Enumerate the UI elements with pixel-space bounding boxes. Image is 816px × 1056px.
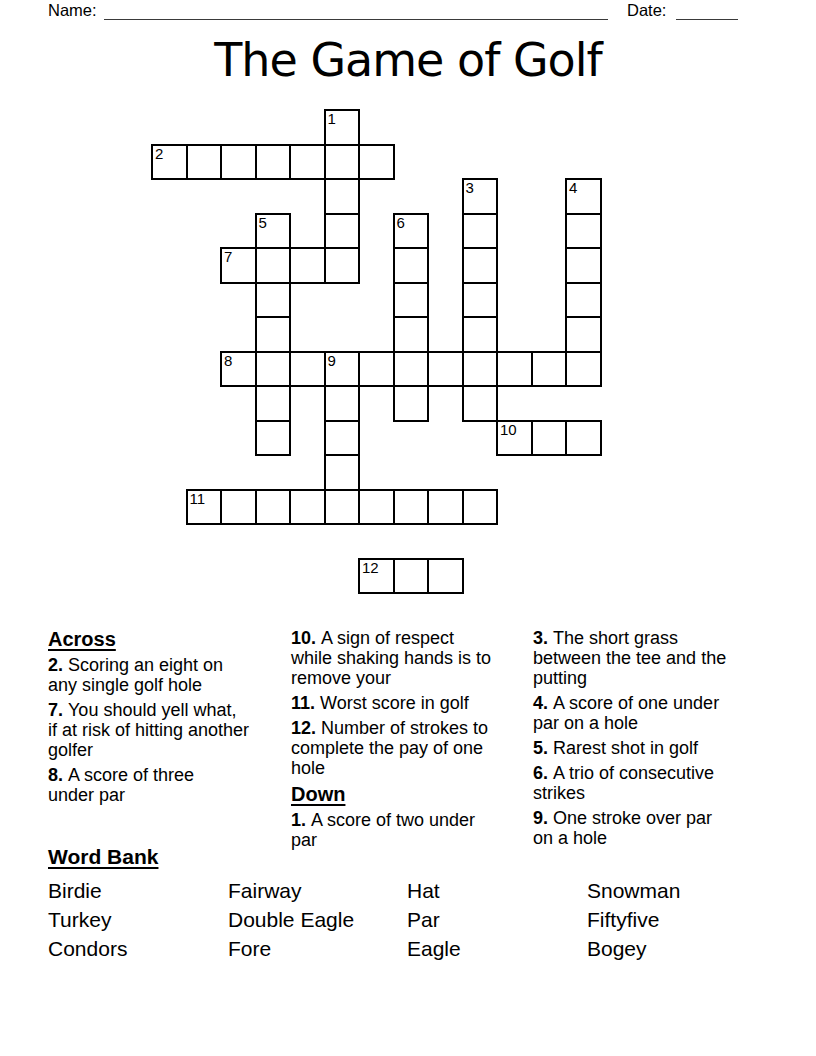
clue-text: Worst score in golf	[320, 693, 469, 713]
grid-cell-r11c5[interactable]	[324, 489, 361, 526]
grid-cell-r7c8[interactable]	[427, 351, 464, 388]
grid-cell-r1c5[interactable]	[324, 144, 361, 181]
grid-cell-r8c9[interactable]	[462, 385, 499, 422]
word-bank-word: Fairway	[228, 876, 407, 905]
word-bank-word: Double Eagle	[228, 905, 407, 934]
clue-text: Scoring an eight on any single golf hole	[48, 655, 223, 695]
grid-cell-r2c12[interactable]: 4	[565, 178, 602, 215]
grid-cell-r13c8[interactable]	[427, 558, 464, 595]
grid-cell-r6c12[interactable]	[565, 316, 602, 353]
clue-12: 12.Number of strokes to complete the pay…	[291, 718, 531, 778]
grid-cell-r4c4[interactable]	[289, 247, 326, 284]
worksheet-page: Name: Date: The Game of Golf 12345678910…	[0, 0, 816, 1056]
grid-cell-r6c7[interactable]	[393, 316, 430, 353]
grid-cell-r11c7[interactable]	[393, 489, 430, 526]
clue-number: 2	[155, 146, 163, 162]
grid-cell-r7c10[interactable]	[496, 351, 533, 388]
grid-cell-r7c5[interactable]: 9	[324, 351, 361, 388]
across-heading: Across	[48, 628, 288, 650]
grid-cell-r9c3[interactable]	[255, 420, 292, 457]
grid-cell-r7c6[interactable]	[358, 351, 395, 388]
clue-text: You should yell what, if at risk of hitt…	[48, 700, 249, 760]
grid-cell-r10c5[interactable]	[324, 454, 361, 491]
word-bank-heading: Word Bank	[48, 845, 778, 869]
grid-cell-r1c1[interactable]	[186, 144, 223, 181]
clue-number-label: 12.	[291, 718, 316, 738]
down-heading: Down	[291, 783, 531, 805]
grid-cell-r3c7[interactable]: 6	[393, 213, 430, 250]
grid-cell-r8c7[interactable]	[393, 385, 430, 422]
clue-number: 3	[466, 180, 474, 196]
word-bank-word: Par	[407, 905, 587, 934]
grid-cell-r7c7[interactable]	[393, 351, 430, 388]
grid-cell-r11c4[interactable]	[289, 489, 326, 526]
clue-number-label: 1.	[291, 810, 306, 830]
grid-cell-r3c12[interactable]	[565, 213, 602, 250]
clue-number: 5	[259, 215, 267, 231]
grid-cell-r11c8[interactable]	[427, 489, 464, 526]
clue-number-label: 11.	[291, 693, 315, 713]
grid-cell-r5c12[interactable]	[565, 282, 602, 319]
grid-cell-r4c7[interactable]	[393, 247, 430, 284]
clue-number-label: 7.	[48, 700, 63, 720]
clue-5: 5.Rarest shot in golf	[533, 738, 773, 758]
clue-7: 7.You should yell what, if at risk of hi…	[48, 700, 288, 760]
grid-cell-r3c3[interactable]: 5	[255, 213, 292, 250]
word-bank-word: Turkey	[48, 905, 228, 934]
clue-number: 12	[362, 560, 379, 576]
clue-10: 10.A sign of respect while shaking hands…	[291, 628, 531, 688]
grid-cell-r4c5[interactable]	[324, 247, 361, 284]
clue-text: Number of strokes to complete the pay of…	[291, 718, 488, 778]
clue-6: 6.A trio of consecutive strikes	[533, 763, 773, 803]
clue-number: 6	[397, 215, 405, 231]
word-bank-word: Fiftyfive	[587, 905, 767, 934]
grid-cell-r1c2[interactable]	[220, 144, 257, 181]
grid-cell-r7c3[interactable]	[255, 351, 292, 388]
grid-cell-r9c12[interactable]	[565, 420, 602, 457]
clue-number: 9	[328, 353, 336, 369]
grid-cell-r5c9[interactable]	[462, 282, 499, 319]
name-label: Name:	[48, 0, 97, 21]
grid-cell-r7c12[interactable]	[565, 351, 602, 388]
grid-cell-r9c11[interactable]	[531, 420, 568, 457]
clue-2: 2.Scoring an eight on any single golf ho…	[48, 655, 288, 695]
date-label: Date:	[627, 0, 666, 21]
grid-cell-r7c4[interactable]	[289, 351, 326, 388]
clue-1: 1.A score of two under par	[291, 810, 531, 850]
word-bank-word: Snowman	[587, 876, 767, 905]
clue-number-label: 4.	[533, 693, 548, 713]
grid-cell-r11c3[interactable]	[255, 489, 292, 526]
date-input-line[interactable]	[676, 0, 738, 20]
clue-text: A score of three under par	[48, 765, 194, 805]
grid-cell-r2c9[interactable]: 3	[462, 178, 499, 215]
word-bank-word: Hat	[407, 876, 587, 905]
clue-9: 9.One stroke over par on a hole	[533, 808, 773, 848]
grid-cell-r3c9[interactable]	[462, 213, 499, 250]
grid-cell-r4c9[interactable]	[462, 247, 499, 284]
grid-cell-r11c1[interactable]: 11	[186, 489, 223, 526]
grid-cell-r9c5[interactable]	[324, 420, 361, 457]
clue-number-label: 5.	[533, 738, 548, 758]
clue-number-label: 8.	[48, 765, 63, 785]
clue-number: 11	[190, 491, 206, 507]
grid-cell-r6c3[interactable]	[255, 316, 292, 353]
clue-text: A trio of consecutive strikes	[533, 763, 714, 803]
grid-cell-r1c0[interactable]: 2	[151, 144, 188, 181]
clue-4: 4.A score of one under par on a hole	[533, 693, 773, 733]
grid-cell-r4c12[interactable]	[565, 247, 602, 284]
grid-cell-r2c5[interactable]	[324, 178, 361, 215]
clue-number: 10	[500, 422, 517, 438]
grid-cell-r1c3[interactable]	[255, 144, 292, 181]
clue-column-3: 3.The short grass between the tee and th…	[533, 628, 773, 853]
name-input-line[interactable]	[104, 0, 608, 20]
clue-number-label: 10.	[291, 628, 316, 648]
word-bank-section: Word Bank BirdieTurkeyCondorsFairwayDoub…	[48, 845, 778, 963]
grid-cell-r8c3[interactable]	[255, 385, 292, 422]
grid-cell-r1c4[interactable]	[289, 144, 326, 181]
clue-text: One stroke over par on a hole	[533, 808, 712, 848]
clue-text: A score of one under par on a hole	[533, 693, 719, 733]
grid-cell-r13c6[interactable]: 12	[358, 558, 395, 595]
grid-cell-r7c11[interactable]	[531, 351, 568, 388]
clue-text: Rarest shot in golf	[553, 738, 698, 758]
clue-8: 8.A score of three under par	[48, 765, 288, 805]
grid-cell-r11c9[interactable]	[462, 489, 499, 526]
word-bank-word: Bogey	[587, 934, 767, 963]
word-bank-grid: BirdieTurkeyCondorsFairwayDouble EagleFo…	[48, 876, 778, 963]
grid-cell-r6c9[interactable]	[462, 316, 499, 353]
word-bank-word: Fore	[228, 934, 407, 963]
grid-cell-r11c2[interactable]	[220, 489, 257, 526]
clue-text: A score of two under par	[291, 810, 475, 850]
word-bank-word: Eagle	[407, 934, 587, 963]
grid-cell-r3c5[interactable]	[324, 213, 361, 250]
grid-cell-r1c6[interactable]	[358, 144, 395, 181]
grid-cell-r4c3[interactable]	[255, 247, 292, 284]
clue-11: 11.Worst score in golf	[291, 693, 531, 713]
grid-cell-r5c3[interactable]	[255, 282, 292, 319]
clue-number: 1	[328, 111, 336, 127]
clue-number-label: 6.	[533, 763, 548, 783]
clue-text: A sign of respect while shaking hands is…	[291, 628, 491, 688]
clue-number-label: 9.	[533, 808, 548, 828]
grid-cell-r4c2[interactable]: 7	[220, 247, 257, 284]
clue-column-1: Across2.Scoring an eight on any single g…	[48, 628, 288, 810]
grid-cell-r13c7[interactable]	[393, 558, 430, 595]
clue-text: The short grass between the tee and the …	[533, 628, 726, 688]
clue-number: 4	[569, 180, 577, 196]
clue-number: 8	[224, 353, 232, 369]
grid-cell-r5c7[interactable]	[393, 282, 430, 319]
grid-cell-r8c5[interactable]	[324, 385, 361, 422]
clue-number-label: 3.	[533, 628, 548, 648]
grid-cell-r9c10[interactable]: 10	[496, 420, 533, 457]
grid-cell-r7c9[interactable]	[462, 351, 499, 388]
grid-cell-r0c5[interactable]: 1	[324, 109, 361, 146]
page-title: The Game of Golf	[0, 30, 816, 90]
clue-3: 3.The short grass between the tee and th…	[533, 628, 773, 688]
clue-number-label: 2.	[48, 655, 63, 675]
clue-column-2: 10.A sign of respect while shaking hands…	[291, 628, 531, 855]
grid-cell-r7c2[interactable]: 8	[220, 351, 257, 388]
word-bank-word: Birdie	[48, 876, 228, 905]
grid-cell-r11c6[interactable]	[358, 489, 395, 526]
word-bank-word: Condors	[48, 934, 228, 963]
clue-number: 7	[224, 249, 232, 265]
